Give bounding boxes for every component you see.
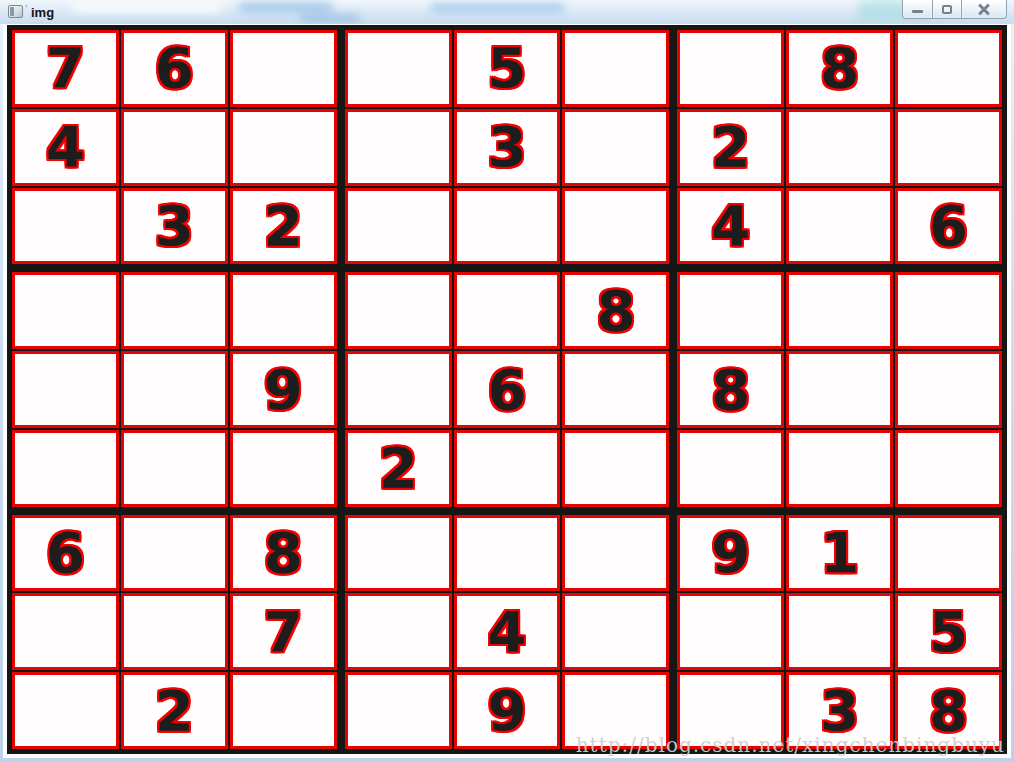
digit: 3: [488, 119, 527, 175]
digit: 9: [488, 683, 527, 739]
cell-r9c2: 2: [121, 672, 228, 749]
cell-r5c1: [12, 351, 119, 428]
cell-r9c3: [230, 672, 337, 749]
cell-r6c7: [677, 430, 784, 507]
cell-r7c5: [454, 515, 561, 592]
digit: 5: [929, 604, 968, 660]
window-title: img: [31, 5, 54, 20]
cell-r1c2: 6: [121, 30, 228, 107]
cell-r6c5: [454, 430, 561, 507]
aero-glass-blur: [238, 2, 333, 13]
board-row-2: 432: [12, 109, 1002, 186]
window-app-icon-mark: ’: [25, 3, 27, 15]
digit: 6: [155, 40, 194, 96]
digit: 6: [46, 525, 85, 581]
aero-glass-blur: [300, 14, 360, 22]
maximize-button[interactable]: [932, 0, 962, 19]
board-row-6: 2: [12, 430, 1002, 507]
cell-r6c3: [230, 430, 337, 507]
digit: 9: [264, 362, 303, 418]
cell-r3c4: [345, 188, 452, 265]
cell-r5c7: 8: [677, 351, 784, 428]
cell-r4c5: [454, 272, 561, 349]
cell-r3c8: [786, 188, 893, 265]
cell-r2c9: [895, 109, 1002, 186]
cell-r3c2: 3: [121, 188, 228, 265]
digit: 9: [711, 525, 750, 581]
cell-r4c2: [121, 272, 228, 349]
cell-r1c6: [562, 30, 669, 107]
cell-r1c8: 8: [786, 30, 893, 107]
cell-r2c8: [786, 109, 893, 186]
cell-r8c6: [562, 593, 669, 670]
cell-r8c8: [786, 593, 893, 670]
board-row-1: 7658: [12, 30, 1002, 107]
cell-r6c8: [786, 430, 893, 507]
aero-glass-blur: [72, 3, 222, 12]
cell-r3c6: [562, 188, 669, 265]
cell-r7c2: [121, 515, 228, 592]
cell-r2c3: [230, 109, 337, 186]
board-row-7: 6891: [12, 515, 1002, 592]
cell-r5c3: 9: [230, 351, 337, 428]
cell-r3c3: 2: [230, 188, 337, 265]
cell-r5c5: 6: [454, 351, 561, 428]
cell-r2c6: [562, 109, 669, 186]
image-client-area: 765843232468968268917452938 http://blog.…: [3, 24, 1011, 758]
board-row-4: 8: [12, 272, 1002, 349]
digit: 3: [820, 683, 859, 739]
cell-r7c6: [562, 515, 669, 592]
cell-r6c1: [12, 430, 119, 507]
app-window: ’ img 765843232468968268917452938 http:/…: [0, 0, 1014, 762]
window-titlebar[interactable]: ’ img: [0, 0, 1014, 24]
cell-r8c7: [677, 593, 784, 670]
digit: 8: [596, 283, 635, 339]
cell-r6c2: [121, 430, 228, 507]
cell-r4c9: [895, 272, 1002, 349]
cell-r2c2: [121, 109, 228, 186]
digit: 1: [820, 525, 859, 581]
digit: 4: [711, 198, 750, 254]
cell-r2c4: [345, 109, 452, 186]
cell-r7c8: 1: [786, 515, 893, 592]
cell-r4c4: [345, 272, 452, 349]
cell-r4c1: [12, 272, 119, 349]
cell-r9c5: 9: [454, 672, 561, 749]
cell-r4c8: [786, 272, 893, 349]
cell-r1c3: [230, 30, 337, 107]
sudoku-board: 765843232468968268917452938: [7, 25, 1007, 754]
cell-r7c7: 9: [677, 515, 784, 592]
cell-r2c5: 3: [454, 109, 561, 186]
cell-r8c3: 7: [230, 593, 337, 670]
digit: 2: [711, 119, 750, 175]
digit: 2: [155, 683, 194, 739]
cell-r5c6: [562, 351, 669, 428]
digit: 7: [46, 40, 85, 96]
cell-r5c8: [786, 351, 893, 428]
cell-r5c4: [345, 351, 452, 428]
cell-r2c1: 4: [12, 109, 119, 186]
digit: 8: [929, 683, 968, 739]
digit: 6: [488, 362, 527, 418]
aero-glass-blur: [430, 3, 565, 13]
cell-r3c1: [12, 188, 119, 265]
board-row-3: 3246: [12, 188, 1002, 265]
cell-r7c4: [345, 515, 452, 592]
cell-r2c7: 2: [677, 109, 784, 186]
digit: 8: [264, 525, 303, 581]
cell-r6c9: [895, 430, 1002, 507]
digit: 2: [264, 198, 303, 254]
maximize-icon: [942, 5, 952, 14]
cell-r6c4: 2: [345, 430, 452, 507]
cell-r8c5: 4: [454, 593, 561, 670]
digit: 8: [711, 362, 750, 418]
window-controls: [903, 0, 1007, 19]
cell-r5c2: [121, 351, 228, 428]
digit: 6: [929, 198, 968, 254]
minimize-icon: [912, 10, 923, 13]
cell-r1c4: [345, 30, 452, 107]
close-button[interactable]: [961, 0, 1007, 19]
cell-r7c3: 8: [230, 515, 337, 592]
cell-r3c9: 6: [895, 188, 1002, 265]
cell-r1c1: 7: [12, 30, 119, 107]
digit: 4: [488, 604, 527, 660]
digit: 8: [820, 40, 859, 96]
window-app-icon: [8, 5, 23, 18]
board-row-5: 968: [12, 351, 1002, 428]
cell-r5c9: [895, 351, 1002, 428]
cell-r9c1: [12, 672, 119, 749]
cell-r4c3: [230, 272, 337, 349]
cell-r4c6: 8: [562, 272, 669, 349]
minimize-button[interactable]: [902, 0, 933, 19]
cell-r7c9: [895, 515, 1002, 592]
cell-r1c5: 5: [454, 30, 561, 107]
cell-r8c4: [345, 593, 452, 670]
watermark-url: http://blog.csdn.net/xingchenbingbuyu: [576, 733, 1005, 757]
cell-r4c7: [677, 272, 784, 349]
board-row-8: 745: [12, 593, 1002, 670]
digit: 2: [379, 440, 418, 496]
cell-r8c1: [12, 593, 119, 670]
digit: 7: [264, 604, 303, 660]
cell-r9c4: [345, 672, 452, 749]
cell-r1c7: [677, 30, 784, 107]
cell-r8c9: 5: [895, 593, 1002, 670]
digit: 3: [155, 198, 194, 254]
cell-r7c1: 6: [12, 515, 119, 592]
cell-r3c7: 4: [677, 188, 784, 265]
cell-r8c2: [121, 593, 228, 670]
digit: 4: [46, 119, 85, 175]
close-icon: [978, 4, 990, 15]
cell-r6c6: [562, 430, 669, 507]
cell-r3c5: [454, 188, 561, 265]
digit: 5: [488, 40, 527, 96]
cell-r1c9: [895, 30, 1002, 107]
